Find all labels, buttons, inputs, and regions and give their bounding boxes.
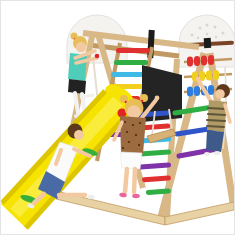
shorts <box>68 79 86 94</box>
hand <box>155 96 160 101</box>
ladder-rung <box>138 162 171 169</box>
shoe <box>88 195 95 199</box>
face <box>215 89 225 99</box>
sandal <box>132 194 140 198</box>
trapeze-strap <box>204 38 212 48</box>
product-photo <box>0 0 235 235</box>
climber-scene <box>1 1 235 235</box>
face <box>74 130 84 140</box>
leg <box>134 169 135 192</box>
ladder-rung <box>114 60 148 65</box>
leg <box>125 169 127 192</box>
shoe <box>204 152 210 156</box>
jeans <box>206 130 224 152</box>
face <box>76 42 86 52</box>
red-grip-peg <box>95 54 100 59</box>
shoe <box>214 151 220 155</box>
ladder-rung <box>116 48 150 53</box>
ladder-rung <box>111 72 145 77</box>
hand <box>196 77 200 81</box>
bottom-beam-right <box>165 202 234 225</box>
white-shorts <box>121 152 142 169</box>
